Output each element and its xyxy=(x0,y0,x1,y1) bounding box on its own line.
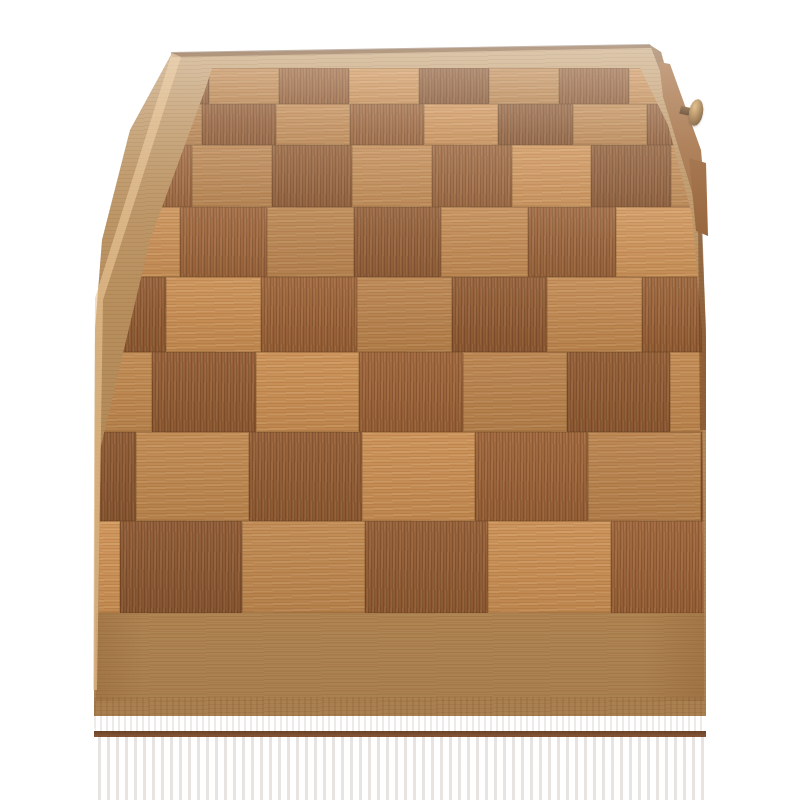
chessboard-square xyxy=(0,521,120,613)
chessboard-square xyxy=(498,104,572,145)
chessboard-square xyxy=(528,207,615,277)
chessboard-square xyxy=(642,277,737,352)
chessboard-square xyxy=(357,277,452,352)
chessboard-square xyxy=(616,207,703,277)
chessboard-square xyxy=(737,277,800,352)
chessboard-square xyxy=(180,207,267,277)
product-photo xyxy=(0,0,800,800)
chessboard-square xyxy=(349,68,419,104)
chessboard-square xyxy=(463,352,567,432)
chessboard-square xyxy=(432,145,512,207)
chessboard-square xyxy=(591,145,671,207)
chessboard-square xyxy=(567,352,671,432)
chessboard-square xyxy=(120,521,243,613)
chessboard-square xyxy=(209,68,279,104)
chessboard-square xyxy=(489,68,559,104)
chessboard-square xyxy=(734,521,800,613)
chessboard-square xyxy=(261,277,356,352)
tabletop-front-edge xyxy=(94,697,706,734)
chessboard-square xyxy=(23,432,136,521)
chessboard-square xyxy=(588,432,701,521)
chessboard-square xyxy=(573,104,647,145)
chessboard-square xyxy=(256,352,360,432)
chessboard-square xyxy=(452,277,547,352)
board-front-border xyxy=(96,613,704,701)
chessboard-square xyxy=(192,145,272,207)
chessboard-square xyxy=(352,145,432,207)
drawer-knob xyxy=(687,98,705,127)
chessboard-square xyxy=(272,145,352,207)
chessboard-square xyxy=(424,104,498,145)
chessboard-square xyxy=(512,145,592,207)
chessboard-square xyxy=(276,104,350,145)
chessboard-square xyxy=(721,104,795,145)
chessboard-square xyxy=(242,521,365,613)
chessboard-square xyxy=(249,432,362,521)
chessboard-square xyxy=(267,207,354,277)
chessboard-square xyxy=(136,432,249,521)
chessboard-square xyxy=(279,68,349,104)
chessboard-square xyxy=(350,104,424,145)
chessboard-square xyxy=(701,432,800,521)
chessboard-square xyxy=(488,521,611,613)
chessboard-square xyxy=(547,277,642,352)
chessboard-square xyxy=(703,207,790,277)
chessboard-square xyxy=(475,432,588,521)
chessboard-square xyxy=(152,352,256,432)
chessboard-square xyxy=(611,521,734,613)
chessboard-square xyxy=(362,432,475,521)
chessboard-square xyxy=(359,352,463,432)
chessboard-square xyxy=(166,277,261,352)
chessboard-square xyxy=(354,207,441,277)
chessboard-square xyxy=(699,68,769,104)
chessboard-square xyxy=(559,68,629,104)
chessboard-square xyxy=(670,352,774,432)
chessboard-square xyxy=(365,521,488,613)
apron-molding xyxy=(98,736,704,800)
chessboard-square xyxy=(202,104,276,145)
chessboard-square xyxy=(419,68,489,104)
chessboard-square xyxy=(441,207,528,277)
